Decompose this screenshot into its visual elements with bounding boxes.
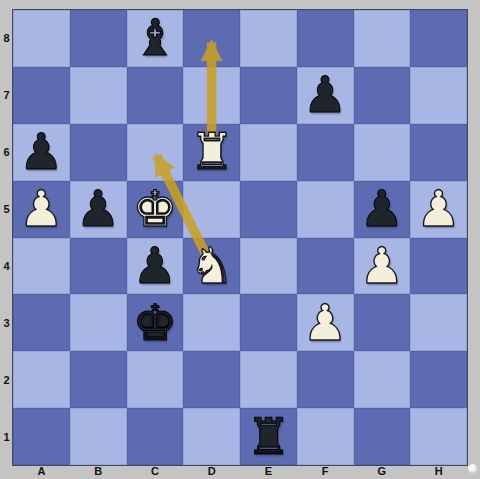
square-h1[interactable] <box>410 408 467 465</box>
file-label-e: E <box>265 465 272 477</box>
rank-label-5: 5 <box>3 203 9 215</box>
piece-black-pawn-a6[interactable]: ♟ <box>13 124 70 181</box>
square-h7[interactable] <box>410 67 467 124</box>
square-g1[interactable] <box>354 408 411 465</box>
square-g7[interactable] <box>354 67 411 124</box>
piece-black-pawn-f7[interactable]: ♟ <box>297 67 354 124</box>
square-b2[interactable] <box>70 351 127 408</box>
piece-white-pawn-f3[interactable]: ♟ <box>297 294 354 351</box>
square-a7[interactable] <box>13 67 70 124</box>
square-b3[interactable] <box>70 294 127 351</box>
square-a4[interactable] <box>13 238 70 295</box>
square-d3[interactable] <box>183 294 240 351</box>
square-d7[interactable] <box>183 67 240 124</box>
square-e8[interactable] <box>240 10 297 67</box>
square-a2[interactable] <box>13 351 70 408</box>
square-h8[interactable] <box>410 10 467 67</box>
piece-white-pawn-a5[interactable]: ♟ <box>13 181 70 238</box>
square-b4[interactable] <box>70 238 127 295</box>
piece-black-king-c3[interactable]: ♚ <box>127 294 184 351</box>
piece-black-rook-e1[interactable]: ♜ <box>240 408 297 465</box>
square-c6[interactable] <box>127 124 184 181</box>
resize-handle-dot <box>468 464 477 473</box>
file-label-f: F <box>322 465 329 477</box>
piece-white-pawn-g4[interactable]: ♟ <box>354 238 411 295</box>
square-f8[interactable] <box>297 10 354 67</box>
square-e5[interactable] <box>240 181 297 238</box>
piece-white-pawn-h5[interactable]: ♟ <box>410 181 467 238</box>
rank-label-1: 1 <box>3 431 9 443</box>
file-label-g: G <box>378 465 387 477</box>
square-b7[interactable] <box>70 67 127 124</box>
square-f2[interactable] <box>297 351 354 408</box>
square-a3[interactable] <box>13 294 70 351</box>
square-f5[interactable] <box>297 181 354 238</box>
piece-black-pawn-g5[interactable]: ♟ <box>354 181 411 238</box>
file-label-a: A <box>37 465 45 477</box>
square-f6[interactable] <box>297 124 354 181</box>
square-h6[interactable] <box>410 124 467 181</box>
square-g8[interactable] <box>354 10 411 67</box>
rank-label-8: 8 <box>3 32 9 44</box>
square-d1[interactable] <box>183 408 240 465</box>
square-b8[interactable] <box>70 10 127 67</box>
piece-white-king-c5[interactable]: ♚ <box>127 181 184 238</box>
piece-black-pawn-b5[interactable]: ♟ <box>70 181 127 238</box>
piece-black-bishop-c8[interactable]: ♝ <box>127 10 184 67</box>
file-label-c: C <box>151 465 159 477</box>
square-d8[interactable] <box>183 10 240 67</box>
square-c2[interactable] <box>127 351 184 408</box>
square-e7[interactable] <box>240 67 297 124</box>
square-e4[interactable] <box>240 238 297 295</box>
square-d5[interactable] <box>183 181 240 238</box>
chess-app-window: 87654321ABCDEFGH ♝♟♟♜♟♟♚♟♟♟♞♟♚♟♜ <box>0 0 480 479</box>
square-h3[interactable] <box>410 294 467 351</box>
square-g6[interactable] <box>354 124 411 181</box>
square-h2[interactable] <box>410 351 467 408</box>
file-label-d: D <box>208 465 216 477</box>
piece-black-pawn-c4[interactable]: ♟ <box>127 238 184 295</box>
rank-label-7: 7 <box>3 89 9 101</box>
square-g3[interactable] <box>354 294 411 351</box>
file-label-h: H <box>435 465 443 477</box>
square-e3[interactable] <box>240 294 297 351</box>
square-b6[interactable] <box>70 124 127 181</box>
rank-label-4: 4 <box>3 260 9 272</box>
square-d2[interactable] <box>183 351 240 408</box>
square-f1[interactable] <box>297 408 354 465</box>
square-b1[interactable] <box>70 408 127 465</box>
rank-label-3: 3 <box>3 317 9 329</box>
square-a1[interactable] <box>13 408 70 465</box>
square-h4[interactable] <box>410 238 467 295</box>
square-f4[interactable] <box>297 238 354 295</box>
rank-label-6: 6 <box>3 146 9 158</box>
rank-label-2: 2 <box>3 374 9 386</box>
square-c7[interactable] <box>127 67 184 124</box>
piece-white-rook-d6[interactable]: ♜ <box>183 124 240 181</box>
square-a8[interactable] <box>13 10 70 67</box>
square-e2[interactable] <box>240 351 297 408</box>
square-g2[interactable] <box>354 351 411 408</box>
file-label-b: B <box>94 465 102 477</box>
square-e6[interactable] <box>240 124 297 181</box>
square-c1[interactable] <box>127 408 184 465</box>
piece-white-knight-d4[interactable]: ♞ <box>183 238 240 295</box>
